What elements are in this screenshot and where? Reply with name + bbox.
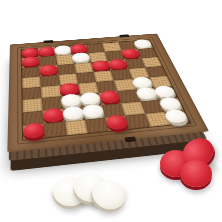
hinge-icon	[43, 40, 53, 43]
board-scene	[10, 0, 182, 168]
red-piece-a8[interactable]	[23, 122, 46, 139]
square-b8[interactable]	[44, 121, 67, 137]
checkers-product-photo	[0, 0, 222, 222]
red-piece-b7[interactable]	[42, 107, 64, 123]
board-grid	[21, 39, 192, 140]
square-a8[interactable]	[23, 123, 45, 139]
checkers-board	[7, 33, 209, 152]
hinge-icon	[119, 34, 129, 37]
square-c8[interactable]	[64, 119, 87, 135]
white-piece-h6[interactable]	[153, 85, 177, 99]
square-h8[interactable]	[164, 110, 190, 125]
